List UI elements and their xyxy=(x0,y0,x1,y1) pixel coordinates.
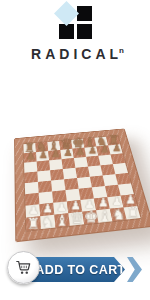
piece-white-rook: ♜ xyxy=(27,217,41,230)
piece-brown-pawn: ♟ xyxy=(87,145,96,156)
piece-brown-pawn: ♟ xyxy=(38,150,47,162)
piece-white-bishop: ♝ xyxy=(99,209,112,222)
board-perspective-wrap: ♜♞♝♛♚♝♞♜♟♟♟♟♟♟♟♟♟♟♟♟♟♟♟♟♜♞♝♛♚♝♞♜ xyxy=(14,128,150,242)
square-f7: ♟ xyxy=(84,147,98,157)
square-c7: ♟ xyxy=(48,150,61,161)
piece-brown-pawn: ♟ xyxy=(51,149,60,160)
brand-logo-mark xyxy=(59,6,92,39)
arrow-chevron-icon xyxy=(127,257,142,282)
piece-brown-pawn: ♟ xyxy=(112,143,121,154)
square-h7: ♟ xyxy=(108,144,122,154)
square-a7: ♟ xyxy=(24,152,37,163)
brand-logo: RADICALn xyxy=(0,6,150,62)
product-photo-chess-set: ♜♞♝♛♚♝♞♜♟♟♟♟♟♟♟♟♟♟♟♟♟♟♟♟♜♞♝♛♚♝♞♜ xyxy=(0,60,150,240)
square-b5 xyxy=(37,170,51,182)
piece-brown-pawn: ♟ xyxy=(63,147,72,158)
chess-board-frame: ♜♞♝♛♚♝♞♜♟♟♟♟♟♟♟♟♟♟♟♟♟♟♟♟♜♞♝♛♚♝♞♜ xyxy=(14,128,150,242)
logo-square-icon xyxy=(77,24,92,39)
add-to-cart-button[interactable]: ADD TO CART xyxy=(0,250,150,292)
square-e7: ♟ xyxy=(72,148,86,158)
piece-white-rook: ♜ xyxy=(127,206,140,219)
piece-white-king: ♚ xyxy=(84,210,99,223)
product-card: RADICALn ♜♞♝♛♚♝♞♜♟♟♟♟♟♟♟♟♟♟♟♟♟♟♟♟♜♞♝♛♚♝♞… xyxy=(0,0,150,300)
square-b1: ♞ xyxy=(40,215,55,229)
cart-badge xyxy=(7,251,40,284)
piece-white-bishop: ♝ xyxy=(56,213,69,226)
square-f4 xyxy=(90,175,105,187)
piece-brown-pawn: ♟ xyxy=(75,146,84,157)
square-a5 xyxy=(24,171,38,183)
square-a1: ♜ xyxy=(26,216,41,230)
chess-board: ♜♞♝♛♚♝♞♜♟♟♟♟♟♟♟♟♟♟♟♟♟♟♟♟♜♞♝♛♚♝♞♜ xyxy=(22,135,141,232)
square-g7: ♟ xyxy=(96,145,110,155)
square-e1: ♚ xyxy=(82,210,98,224)
piece-brown-pawn: ♟ xyxy=(100,144,109,155)
square-b7: ♟ xyxy=(36,151,49,162)
square-d1: ♛ xyxy=(68,212,84,226)
cart-icon xyxy=(15,259,32,276)
square-g1: ♞ xyxy=(110,207,127,221)
square-d7: ♟ xyxy=(60,149,74,159)
piece-white-queen: ♛ xyxy=(70,212,85,225)
piece-white-knight: ♞ xyxy=(113,207,126,220)
square-c5 xyxy=(50,169,64,181)
square-h1: ♜ xyxy=(124,206,141,220)
square-c1: ♝ xyxy=(54,213,70,227)
square-h4 xyxy=(115,173,131,185)
piece-white-knight: ♞ xyxy=(41,215,54,228)
piece-brown-pawn: ♟ xyxy=(26,151,35,163)
brand-superscript: n xyxy=(119,46,124,55)
add-to-cart-label: ADD TO CART xyxy=(35,263,125,277)
logo-diamond-icon xyxy=(53,1,78,26)
